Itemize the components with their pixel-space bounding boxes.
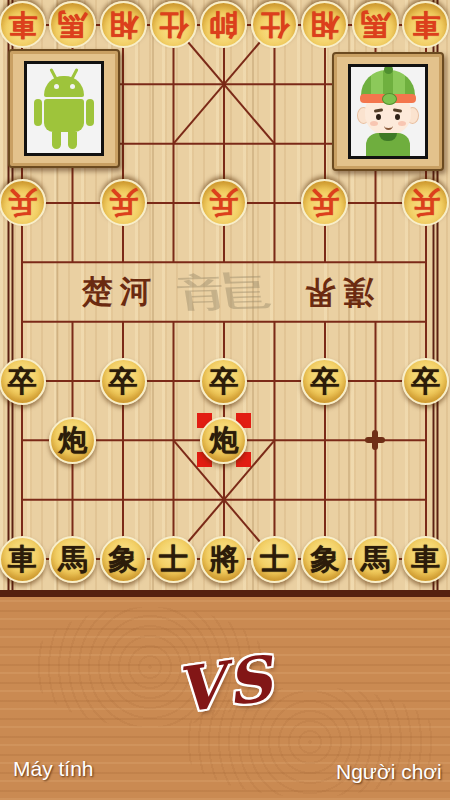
intersection-5-7[interactable] bbox=[249, 411, 299, 470]
intersection-4-6[interactable]: 卒 bbox=[199, 351, 249, 410]
intersection-1-9[interactable]: 馬 bbox=[47, 530, 97, 589]
intersection-3-9[interactable]: 士 bbox=[148, 530, 198, 589]
black-piece-p-6-6[interactable]: 卒 bbox=[301, 358, 348, 405]
intersection-1-7[interactable]: 炮 bbox=[47, 411, 97, 470]
intersection-3-2[interactable] bbox=[148, 114, 198, 173]
intersection-8-6[interactable]: 卒 bbox=[401, 351, 450, 410]
intersection-5-3[interactable] bbox=[249, 173, 299, 232]
intersection-4-0[interactable]: 帥 bbox=[199, 0, 249, 54]
intersection-4-4[interactable] bbox=[199, 233, 249, 292]
intersection-8-5[interactable] bbox=[401, 292, 450, 351]
intersection-8-8[interactable] bbox=[401, 470, 450, 529]
intersection-0-9[interactable]: 車 bbox=[0, 530, 47, 589]
intersection-6-3[interactable]: 兵 bbox=[300, 173, 350, 232]
intersection-8-0[interactable]: 車 bbox=[401, 0, 450, 54]
intersection-3-6[interactable] bbox=[148, 351, 198, 410]
black-piece-p-0-6[interactable]: 卒 bbox=[0, 358, 46, 405]
intersection-6-9[interactable]: 象 bbox=[300, 530, 350, 589]
red-piece-P-6-3[interactable]: 兵 bbox=[301, 179, 348, 226]
intersection-1-3[interactable] bbox=[47, 173, 97, 232]
intersection-5-2[interactable] bbox=[249, 114, 299, 173]
intersection-1-6[interactable] bbox=[47, 351, 97, 410]
black-piece-h-7-9[interactable]: 馬 bbox=[352, 536, 399, 583]
red-piece-K-4-0[interactable]: 帥 bbox=[200, 1, 247, 48]
intersection-2-6[interactable]: 卒 bbox=[98, 351, 148, 410]
black-piece-r-8-9[interactable]: 車 bbox=[402, 536, 449, 583]
black-piece-h-1-9[interactable]: 馬 bbox=[49, 536, 96, 583]
intersection-7-9[interactable]: 馬 bbox=[350, 530, 400, 589]
intersection-0-5[interactable] bbox=[0, 292, 47, 351]
last-move-from-marker bbox=[365, 430, 385, 450]
red-piece-E-2-0[interactable]: 相 bbox=[100, 1, 147, 48]
black-piece-r-0-9[interactable]: 車 bbox=[0, 536, 46, 583]
intersection-5-5[interactable] bbox=[249, 292, 299, 351]
red-piece-P-0-3[interactable]: 兵 bbox=[0, 179, 46, 226]
intersection-2-7[interactable] bbox=[98, 411, 148, 470]
black-piece-p-8-6[interactable]: 卒 bbox=[402, 358, 449, 405]
intersection-4-8[interactable] bbox=[199, 470, 249, 529]
intersection-7-5[interactable] bbox=[350, 292, 400, 351]
intersection-1-4[interactable] bbox=[47, 233, 97, 292]
intersection-2-4[interactable] bbox=[98, 233, 148, 292]
player-avatar-frame bbox=[332, 52, 444, 171]
red-piece-H-7-0[interactable]: 馬 bbox=[352, 1, 399, 48]
intersection-8-3[interactable]: 兵 bbox=[401, 173, 450, 232]
intersection-4-5[interactable] bbox=[199, 292, 249, 351]
red-piece-P-2-3[interactable]: 兵 bbox=[100, 179, 147, 226]
intersection-8-7[interactable] bbox=[401, 411, 450, 470]
intersection-0-7[interactable] bbox=[0, 411, 47, 470]
intersection-5-0[interactable]: 仕 bbox=[249, 0, 299, 54]
intersection-3-5[interactable] bbox=[148, 292, 198, 351]
black-piece-a-5-9[interactable]: 士 bbox=[251, 536, 298, 583]
black-piece-p-2-6[interactable]: 卒 bbox=[100, 358, 147, 405]
red-piece-P-8-3[interactable]: 兵 bbox=[402, 179, 449, 226]
intersection-3-7[interactable] bbox=[148, 411, 198, 470]
black-piece-p-4-6[interactable]: 卒 bbox=[200, 358, 247, 405]
intersection-2-0[interactable]: 相 bbox=[98, 0, 148, 54]
intersection-3-3[interactable] bbox=[148, 173, 198, 232]
intersection-8-9[interactable]: 車 bbox=[401, 530, 450, 589]
intersection-5-8[interactable] bbox=[249, 470, 299, 529]
red-piece-R-8-0[interactable]: 車 bbox=[402, 1, 449, 48]
intersection-0-6[interactable]: 卒 bbox=[0, 351, 47, 410]
intersection-7-0[interactable]: 馬 bbox=[350, 0, 400, 54]
computer-player-label: Máy tính bbox=[13, 757, 94, 781]
intersection-0-8[interactable] bbox=[0, 470, 47, 529]
intersection-3-1[interactable] bbox=[148, 54, 198, 113]
intersection-6-6[interactable]: 卒 bbox=[300, 351, 350, 410]
intersection-4-9[interactable]: 將 bbox=[199, 530, 249, 589]
intersection-0-4[interactable] bbox=[0, 233, 47, 292]
intersection-2-3[interactable]: 兵 bbox=[98, 173, 148, 232]
intersection-7-4[interactable] bbox=[350, 233, 400, 292]
red-piece-H-1-0[interactable]: 馬 bbox=[49, 1, 96, 48]
red-piece-E-6-0[interactable]: 相 bbox=[301, 1, 348, 48]
red-piece-A-5-0[interactable]: 仕 bbox=[251, 1, 298, 48]
intersection-2-8[interactable] bbox=[98, 470, 148, 529]
intersection-5-9[interactable]: 士 bbox=[249, 530, 299, 589]
android-robot-icon bbox=[32, 68, 96, 150]
player-avatar-photo bbox=[348, 64, 428, 159]
intersection-3-8[interactable] bbox=[148, 470, 198, 529]
intersection-6-8[interactable] bbox=[300, 470, 350, 529]
intersection-1-0[interactable]: 馬 bbox=[47, 0, 97, 54]
intersection-2-9[interactable]: 象 bbox=[98, 530, 148, 589]
intersection-8-4[interactable] bbox=[401, 233, 450, 292]
intersection-6-4[interactable] bbox=[300, 233, 350, 292]
intersection-5-6[interactable] bbox=[249, 351, 299, 410]
red-piece-A-3-0[interactable]: 仕 bbox=[150, 1, 197, 48]
intersection-1-5[interactable] bbox=[47, 292, 97, 351]
intersection-1-8[interactable] bbox=[47, 470, 97, 529]
computer-avatar-photo bbox=[24, 61, 104, 156]
intersection-2-5[interactable] bbox=[98, 292, 148, 351]
computer-avatar-frame bbox=[8, 49, 120, 168]
black-piece-c-1-7[interactable]: 炮 bbox=[49, 417, 96, 464]
boy-avatar-icon bbox=[352, 67, 424, 156]
human-player-label: Người chơi bbox=[336, 760, 442, 784]
intersection-4-2[interactable] bbox=[199, 114, 249, 173]
intersection-7-3[interactable] bbox=[350, 173, 400, 232]
red-piece-R-0-0[interactable]: 車 bbox=[0, 1, 46, 48]
intersection-5-4[interactable] bbox=[249, 233, 299, 292]
xiangqi-app-screen: 楚河 龍 漢界 車馬相仕帥仕相馬車炮炮兵兵兵兵兵卒卒卒卒卒炮炮車馬象士將士象馬車… bbox=[0, 0, 450, 800]
intersection-4-3[interactable]: 兵 bbox=[199, 173, 249, 232]
intersection-5-1[interactable] bbox=[249, 54, 299, 113]
black-piece-e-6-9[interactable]: 象 bbox=[301, 536, 348, 583]
intersection-7-8[interactable] bbox=[350, 470, 400, 529]
black-piece-k-4-9[interactable]: 將 bbox=[200, 536, 247, 583]
intersection-0-3[interactable]: 兵 bbox=[0, 173, 47, 232]
intersection-6-7[interactable] bbox=[300, 411, 350, 470]
intersection-0-0[interactable]: 車 bbox=[0, 0, 47, 54]
intersection-6-0[interactable]: 相 bbox=[300, 0, 350, 54]
intersection-4-1[interactable] bbox=[199, 54, 249, 113]
black-piece-a-3-9[interactable]: 士 bbox=[150, 536, 197, 583]
intersection-7-6[interactable] bbox=[350, 351, 400, 410]
intersection-7-7[interactable] bbox=[350, 411, 400, 470]
vs-label: VS bbox=[171, 641, 279, 727]
red-piece-P-4-3[interactable]: 兵 bbox=[200, 179, 247, 226]
black-piece-e-2-9[interactable]: 象 bbox=[100, 536, 147, 583]
intersection-3-4[interactable] bbox=[148, 233, 198, 292]
intersection-3-0[interactable]: 仕 bbox=[148, 0, 198, 54]
intersection-6-5[interactable] bbox=[300, 292, 350, 351]
intersection-4-7[interactable]: 炮 bbox=[199, 411, 249, 470]
